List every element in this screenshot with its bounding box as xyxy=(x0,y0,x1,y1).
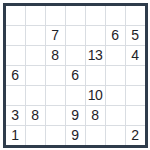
empty-cell-r4c2[interactable] xyxy=(26,66,45,85)
empty-cell-r7c2[interactable] xyxy=(26,126,45,145)
empty-cell-r7c5[interactable] xyxy=(86,126,105,145)
empty-cell-r4c5[interactable] xyxy=(86,66,105,85)
empty-cell-r2c4[interactable] xyxy=(66,26,85,45)
empty-cell-r5c4[interactable] xyxy=(66,86,85,105)
clue-cell-r3c7: 4 xyxy=(126,46,145,65)
clue-cell-r6c5: 8 xyxy=(86,106,105,125)
empty-cell-r7c3[interactable] xyxy=(46,126,65,145)
empty-cell-r1c5[interactable] xyxy=(86,6,105,25)
empty-cell-r5c2[interactable] xyxy=(26,86,45,105)
empty-cell-r6c3[interactable] xyxy=(46,106,65,125)
clue-cell-r2c3: 7 xyxy=(46,26,65,45)
empty-cell-r3c2[interactable] xyxy=(26,46,45,65)
empty-cell-r6c6[interactable] xyxy=(106,106,125,125)
empty-cell-r5c1[interactable] xyxy=(6,86,25,105)
clue-cell-r5c5: 10 xyxy=(86,86,105,105)
empty-cell-r5c7[interactable] xyxy=(126,86,145,105)
puzzle-board: 765813466103898192 xyxy=(3,3,148,148)
clue-cell-r7c4: 9 xyxy=(66,126,85,145)
empty-cell-r6c7[interactable] xyxy=(126,106,145,125)
empty-cell-r1c7[interactable] xyxy=(126,6,145,25)
empty-cell-r2c5[interactable] xyxy=(86,26,105,45)
empty-cell-r4c3[interactable] xyxy=(46,66,65,85)
empty-cell-r1c1[interactable] xyxy=(6,6,25,25)
clue-cell-r3c5: 13 xyxy=(86,46,105,65)
empty-cell-r5c6[interactable] xyxy=(106,86,125,105)
clue-cell-r6c2: 8 xyxy=(26,106,45,125)
empty-cell-r2c1[interactable] xyxy=(6,26,25,45)
empty-cell-r4c7[interactable] xyxy=(126,66,145,85)
empty-cell-r5c3[interactable] xyxy=(46,86,65,105)
empty-cell-r3c6[interactable] xyxy=(106,46,125,65)
empty-cell-r1c2[interactable] xyxy=(26,6,45,25)
clue-cell-r3c3: 8 xyxy=(46,46,65,65)
clue-cell-r7c7: 2 xyxy=(126,126,145,145)
clue-cell-r2c6: 6 xyxy=(106,26,125,45)
empty-cell-r4c6[interactable] xyxy=(106,66,125,85)
empty-cell-r7c6[interactable] xyxy=(106,126,125,145)
clue-cell-r2c7: 5 xyxy=(126,26,145,45)
clue-cell-r7c1: 1 xyxy=(6,126,25,145)
empty-cell-r3c4[interactable] xyxy=(66,46,85,65)
empty-cell-r1c6[interactable] xyxy=(106,6,125,25)
clue-cell-r6c4: 9 xyxy=(66,106,85,125)
empty-cell-r2c2[interactable] xyxy=(26,26,45,45)
clue-cell-r6c1: 3 xyxy=(6,106,25,125)
clue-cell-r4c1: 6 xyxy=(6,66,25,85)
empty-cell-r3c1[interactable] xyxy=(6,46,25,65)
empty-cell-r1c4[interactable] xyxy=(66,6,85,25)
puzzle-grid: 765813466103898192 xyxy=(6,6,145,145)
empty-cell-r1c3[interactable] xyxy=(46,6,65,25)
clue-cell-r4c4: 6 xyxy=(66,66,85,85)
